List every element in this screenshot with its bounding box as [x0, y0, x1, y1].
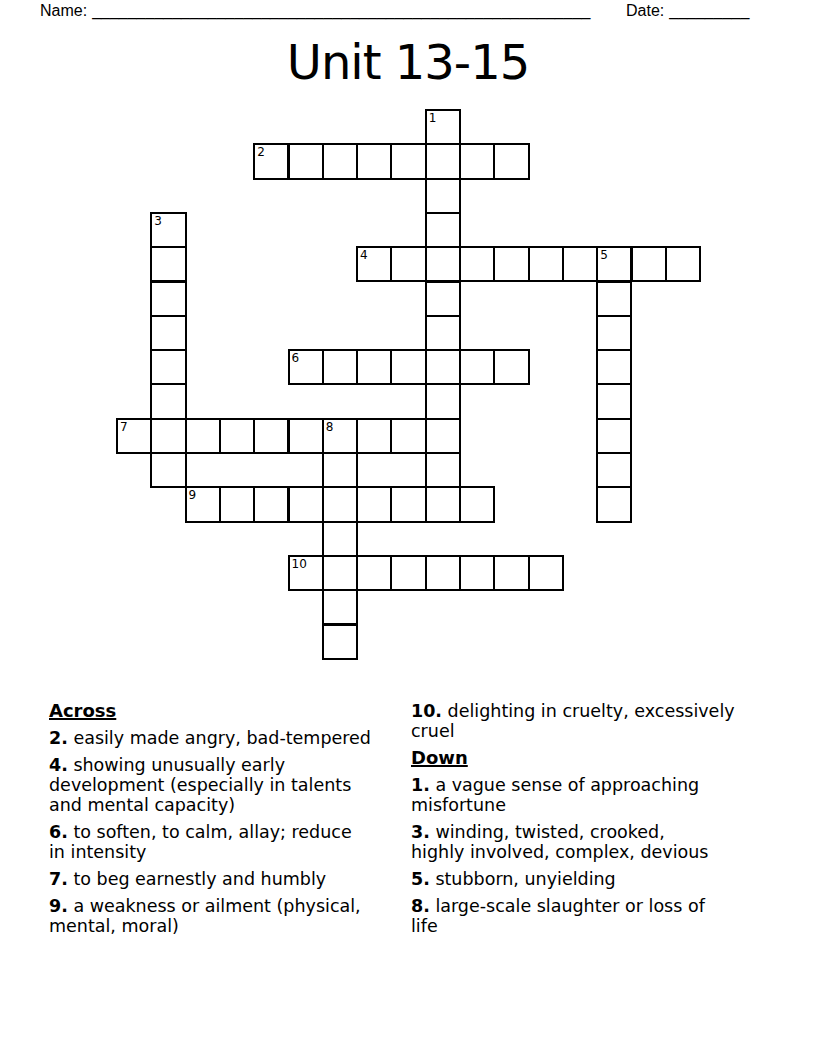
cell-number-3: 3 — [154, 214, 162, 228]
clue-3: 3. winding, twisted, crooked, highly inv… — [411, 822, 757, 862]
puzzle-title: Unit 13-15 — [0, 34, 816, 90]
clue-number-label: 1. — [411, 775, 430, 795]
clue-text: winding, twisted, crooked, highly involv… — [411, 822, 708, 862]
clue-number-label: 7. — [49, 869, 68, 889]
clue-number-label: 5. — [411, 869, 430, 889]
grid-cell-6-14[interactable] — [322, 589, 358, 625]
cell-number-5: 5 — [600, 248, 608, 262]
grid-cell-7-13[interactable] — [356, 555, 392, 591]
grid-cell-1-10[interactable] — [150, 452, 186, 488]
clue-9: 9. a weakness or ailment (physical, ment… — [49, 896, 389, 936]
grid-cell-4-1[interactable]: 2 — [253, 143, 289, 179]
date-label: Date: — [626, 2, 664, 19]
grid-cell-8-7[interactable] — [390, 349, 426, 385]
grid-cell-8-4[interactable] — [390, 246, 426, 282]
grid-cell-14-4[interactable]: 5 — [596, 246, 632, 282]
grid-cell-14-11[interactable] — [596, 486, 632, 522]
grid-cell-9-3[interactable] — [425, 212, 461, 248]
grid-cell-2-9[interactable] — [185, 418, 221, 454]
grid-cell-14-5[interactable] — [596, 281, 632, 317]
grid-cell-14-10[interactable] — [596, 452, 632, 488]
grid-cell-9-10[interactable] — [425, 452, 461, 488]
clue-8: 8. large-scale slaughter or loss of life — [411, 896, 757, 936]
grid-cell-6-12[interactable] — [322, 521, 358, 557]
grid-cell-6-7[interactable] — [322, 349, 358, 385]
grid-cell-5-1[interactable] — [288, 143, 324, 179]
worksheet-page: Name:___________________________________… — [0, 0, 816, 1056]
grid-cell-1-4[interactable] — [150, 246, 186, 282]
cell-number-9: 9 — [189, 488, 197, 502]
grid-cell-10-13[interactable] — [459, 555, 495, 591]
clue-text: a weakness or ailment (physical, mental,… — [49, 896, 361, 936]
grid-cell-6-15[interactable] — [322, 624, 358, 660]
grid-cell-10-4[interactable] — [459, 246, 495, 282]
down-heading: Down — [411, 748, 757, 768]
grid-cell-1-7[interactable] — [150, 349, 186, 385]
date-blank-line[interactable]: _________ — [669, 2, 749, 19]
grid-cell-9-1[interactable] — [425, 143, 461, 179]
cell-number-8: 8 — [326, 420, 334, 434]
cell-number-4: 4 — [360, 248, 368, 262]
grid-cell-14-9[interactable] — [596, 418, 632, 454]
grid-cell-11-1[interactable] — [493, 143, 529, 179]
grid-cell-5-11[interactable] — [288, 486, 324, 522]
grid-cell-6-13[interactable] — [322, 555, 358, 591]
grid-cell-12-13[interactable] — [528, 555, 564, 591]
grid-cell-5-9[interactable] — [288, 418, 324, 454]
grid-cell-7-4[interactable]: 4 — [356, 246, 392, 282]
name-field: Name:___________________________________… — [40, 0, 590, 22]
across-heading: Across — [49, 701, 389, 721]
grid-cell-11-4[interactable] — [493, 246, 529, 282]
grid-cell-13-4[interactable] — [562, 246, 598, 282]
grid-cell-9-5[interactable] — [425, 281, 461, 317]
clue-number-label: 4. — [49, 755, 68, 775]
grid-cell-11-13[interactable] — [493, 555, 529, 591]
cell-number-6: 6 — [292, 351, 300, 365]
grid-cell-8-9[interactable] — [390, 418, 426, 454]
clue-5: 5. stubborn, unyielding — [411, 869, 757, 889]
grid-cell-10-1[interactable] — [459, 143, 495, 179]
grid-cell-5-7[interactable]: 6 — [288, 349, 324, 385]
across-clues-overflow: 10. delighting in cruelty, excessively c… — [411, 701, 757, 741]
grid-cell-0-9[interactable]: 7 — [116, 418, 152, 454]
name-label: Name: — [40, 2, 87, 19]
clue-10: 10. delighting in cruelty, excessively c… — [411, 701, 757, 741]
grid-cell-1-6[interactable] — [150, 315, 186, 351]
grid-cell-4-11[interactable] — [253, 486, 289, 522]
clue-text: to soften, to calm, allay; reduce in int… — [49, 822, 352, 862]
grid-cell-2-11[interactable]: 9 — [185, 486, 221, 522]
grid-cell-9-8[interactable] — [425, 383, 461, 419]
grid-cell-14-8[interactable] — [596, 383, 632, 419]
clues-column-right: 10. delighting in cruelty, excessively c… — [411, 701, 757, 943]
grid-cell-6-10[interactable] — [322, 452, 358, 488]
clue-number-label: 10. — [411, 701, 442, 721]
clue-text: delighting in cruelty, excessively cruel — [411, 701, 735, 741]
clue-6: 6. to soften, to calm, allay; reduce in … — [49, 822, 389, 862]
grid-cell-9-4[interactable] — [425, 246, 461, 282]
clue-text: to beg earnestly and humbly — [68, 869, 326, 889]
cell-number-7: 7 — [120, 420, 128, 434]
clue-text: easily made angry, bad-tempered — [68, 728, 371, 748]
clue-7: 7. to beg earnestly and humbly — [49, 869, 389, 889]
clue-number-label: 6. — [49, 822, 68, 842]
grid-cell-8-1[interactable] — [390, 143, 426, 179]
grid-cell-9-13[interactable] — [425, 555, 461, 591]
grid-cell-11-7[interactable] — [493, 349, 529, 385]
grid-cell-7-7[interactable] — [356, 349, 392, 385]
grid-cell-9-0[interactable]: 1 — [425, 109, 461, 145]
date-field: Date:_________ — [626, 0, 749, 22]
grid-cell-10-7[interactable] — [459, 349, 495, 385]
grid-cell-9-7[interactable] — [425, 349, 461, 385]
grid-cell-14-6[interactable] — [596, 315, 632, 351]
clue-text: showing unusually early development (esp… — [49, 755, 351, 815]
grid-cell-8-11[interactable] — [390, 486, 426, 522]
clue-2: 2. easily made angry, bad-tempered — [49, 728, 389, 748]
grid-cell-4-9[interactable] — [253, 418, 289, 454]
grid-cell-10-11[interactable] — [459, 486, 495, 522]
cell-number-1: 1 — [429, 111, 437, 125]
clues-column-left: Across 2. easily made angry, bad-tempere… — [49, 701, 389, 943]
clue-text: a vague sense of approaching misfortune — [411, 775, 699, 815]
grid-cell-1-9[interactable] — [150, 418, 186, 454]
cell-number-2: 2 — [257, 145, 265, 159]
grid-cell-12-4[interactable] — [528, 246, 564, 282]
grid-cell-3-11[interactable] — [219, 486, 255, 522]
grid-cell-3-9[interactable] — [219, 418, 255, 454]
grid-cell-7-1[interactable] — [356, 143, 392, 179]
clue-number-label: 8. — [411, 896, 430, 916]
across-clues: 2. easily made angry, bad-tempered4. sho… — [49, 728, 389, 936]
clue-4: 4. showing unusually early development (… — [49, 755, 389, 815]
grid-cell-8-13[interactable] — [390, 555, 426, 591]
grid-cell-1-3[interactable]: 3 — [150, 212, 186, 248]
grid-cell-14-7[interactable] — [596, 349, 632, 385]
grid-cell-5-13[interactable]: 10 — [288, 555, 324, 591]
clue-number-label: 9. — [49, 896, 68, 916]
name-blank-line[interactable]: ________________________________________… — [92, 2, 590, 19]
crossword-grid: 12345678910 — [117, 110, 701, 660]
grid-cell-9-11[interactable] — [425, 486, 461, 522]
grid-cell-7-9[interactable] — [356, 418, 392, 454]
grid-cell-1-8[interactable] — [150, 383, 186, 419]
grid-cell-9-6[interactable] — [425, 315, 461, 351]
down-clues: 1. a vague sense of approaching misfortu… — [411, 775, 757, 936]
grid-cell-7-11[interactable] — [356, 486, 392, 522]
grid-cell-9-9[interactable] — [425, 418, 461, 454]
cell-number-10: 10 — [292, 557, 307, 571]
grid-cell-6-9[interactable]: 8 — [322, 418, 358, 454]
grid-cell-6-1[interactable] — [322, 143, 358, 179]
grid-cell-15-4[interactable] — [631, 246, 667, 282]
clue-number-label: 3. — [411, 822, 430, 842]
grid-cell-9-2[interactable] — [425, 178, 461, 214]
grid-cell-6-11[interactable] — [322, 486, 358, 522]
grid-cell-16-4[interactable] — [665, 246, 701, 282]
clue-number-label: 2. — [49, 728, 68, 748]
clue-text: large-scale slaughter or loss of life — [411, 896, 705, 936]
clue-text: stubborn, unyielding — [430, 869, 616, 889]
clue-1: 1. a vague sense of approaching misfortu… — [411, 775, 757, 815]
grid-cell-1-5[interactable] — [150, 281, 186, 317]
